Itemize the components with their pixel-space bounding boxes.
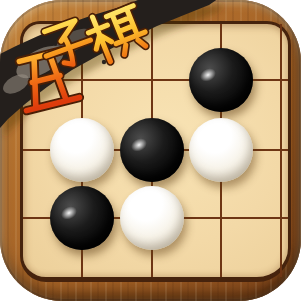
goban-board: [20, 21, 291, 282]
gomoku-app-icon[interactable]: 五子棋: [0, 0, 301, 301]
black-stone: [50, 186, 114, 250]
stones-layer: [23, 24, 288, 277]
black-stone: [189, 48, 253, 112]
black-stone: [120, 118, 184, 182]
white-stone: [50, 118, 114, 182]
white-stone: [189, 118, 253, 182]
white-stone: [120, 186, 184, 250]
